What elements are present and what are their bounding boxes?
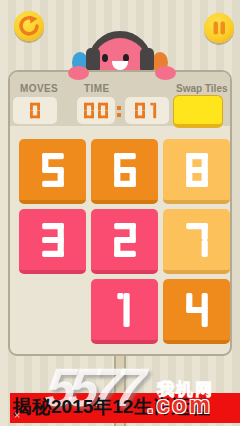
tile-2[interactable] <box>91 209 158 274</box>
hud-panel: MOVES TIME Swap Tiles <box>10 72 230 126</box>
swap-tiles-label: Swap Tiles <box>176 83 228 94</box>
moves-label: MOVES <box>20 83 58 94</box>
restart-circular-arrow-icon <box>14 11 44 41</box>
swap-tiles-button[interactable] <box>173 95 223 128</box>
watermark-domain: .com <box>147 394 213 417</box>
time-colon <box>116 97 122 124</box>
time-minutes-counter <box>77 97 115 124</box>
mascot-left-eye <box>102 54 108 62</box>
pause-icon <box>204 13 234 43</box>
pause-button[interactable] <box>204 13 234 43</box>
mascot-right-hand <box>155 66 176 80</box>
tile-8[interactable] <box>163 139 230 204</box>
game-screen: MOVES TIME Swap Tiles 5577 我机网 .com 揭秘20… <box>0 0 240 426</box>
time-label: TIME <box>84 83 110 94</box>
puzzle-board: MOVES TIME Swap Tiles <box>8 70 232 356</box>
tile-4[interactable] <box>163 279 230 344</box>
tile-7[interactable] <box>163 209 230 274</box>
tile-6[interactable] <box>91 139 158 204</box>
restart-button[interactable] <box>14 11 44 41</box>
tile-3[interactable] <box>19 209 86 274</box>
ad-banner-close-icon[interactable]: × <box>14 410 20 421</box>
time-seconds-counter <box>125 97 169 124</box>
moves-counter <box>13 97 57 124</box>
tile-1[interactable] <box>91 279 158 344</box>
tile-5[interactable] <box>19 139 86 204</box>
mascot-left-hand <box>68 66 89 80</box>
